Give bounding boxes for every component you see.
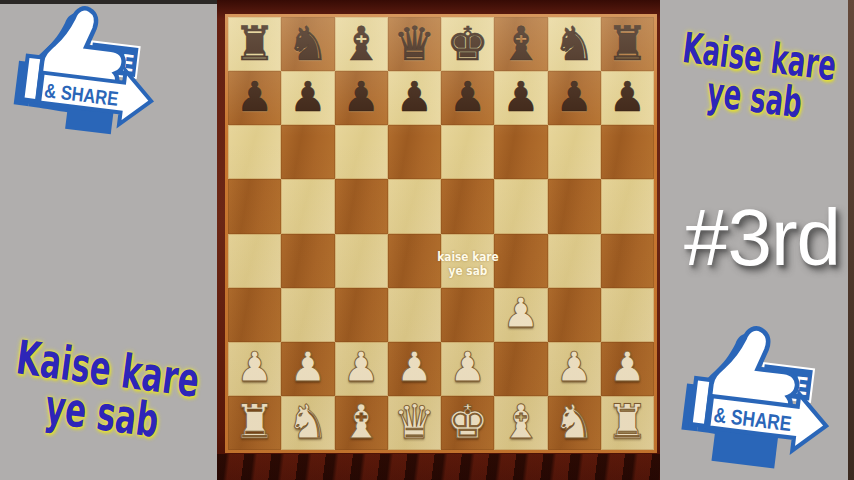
like-share-badge-top-left: LIKE & SHARE	[13, 0, 178, 149]
square-h6[interactable]	[601, 125, 654, 179]
white-pawn-c2[interactable]: ♟	[343, 347, 380, 388]
black-king-e8[interactable]: ♚	[447, 20, 489, 67]
episode-tag: #3rd	[676, 198, 848, 278]
square-c1[interactable]: ♝	[335, 396, 388, 450]
black-pawn-g7[interactable]: ♟	[556, 77, 593, 118]
square-a2[interactable]: ♟	[228, 342, 281, 396]
white-knight-g1[interactable]: ♞	[553, 398, 595, 445]
white-rook-a1[interactable]: ♜	[234, 398, 276, 445]
square-b5[interactable]	[281, 179, 334, 233]
square-d8[interactable]: ♛	[388, 17, 441, 71]
white-pawn-g2[interactable]: ♟	[556, 347, 593, 388]
white-pawn-f3[interactable]: ♟	[502, 293, 539, 334]
square-a7[interactable]: ♟	[228, 71, 281, 125]
white-pawn-b2[interactable]: ♟	[289, 347, 326, 388]
white-pawn-a2[interactable]: ♟	[236, 347, 273, 388]
square-f7[interactable]: ♟	[494, 71, 547, 125]
board-watermark-line1: kaise kare	[413, 250, 523, 264]
square-d5[interactable]	[388, 179, 441, 233]
square-b7[interactable]: ♟	[281, 71, 334, 125]
square-c8[interactable]: ♝	[335, 17, 388, 71]
square-c6[interactable]	[335, 125, 388, 179]
square-f2[interactable]	[494, 342, 547, 396]
black-pawn-c7[interactable]: ♟	[343, 77, 380, 118]
square-f5[interactable]	[494, 179, 547, 233]
square-f8[interactable]: ♝	[494, 17, 547, 71]
square-b1[interactable]: ♞	[281, 396, 334, 450]
square-e6[interactable]	[441, 125, 494, 179]
white-pawn-h2[interactable]: ♟	[609, 347, 646, 388]
square-d6[interactable]	[388, 125, 441, 179]
square-h8[interactable]: ♜	[601, 17, 654, 71]
black-bishop-f8[interactable]: ♝	[500, 20, 542, 67]
square-g7[interactable]: ♟	[548, 71, 601, 125]
video-frame: { "game": { "name": "chess", "orientatio…	[0, 0, 854, 480]
white-rook-h1[interactable]: ♜	[606, 398, 648, 445]
board-frame: ♜♞♝♛♚♝♞♜♟♟♟♟♟♟♟♟♟♟♟♟♟♟♟♟♜♞♝♛♚♝♞♜ kaise k…	[217, 0, 660, 480]
black-pawn-h7[interactable]: ♟	[609, 77, 646, 118]
white-pawn-e2[interactable]: ♟	[449, 347, 486, 388]
square-e2[interactable]: ♟	[441, 342, 494, 396]
board-watermark-line2: ye sab	[413, 264, 523, 278]
square-d7[interactable]: ♟	[388, 71, 441, 125]
black-rook-h8[interactable]: ♜	[606, 20, 648, 67]
square-f1[interactable]: ♝	[494, 396, 547, 450]
black-pawn-d7[interactable]: ♟	[396, 77, 433, 118]
like-share-badge-bottom-right: LIKE & SHARE	[680, 319, 854, 476]
square-h5[interactable]	[601, 179, 654, 233]
caption-bottom-left: Kaise kare ye sab	[1, 333, 209, 448]
chess-board[interactable]: ♜♞♝♛♚♝♞♜♟♟♟♟♟♟♟♟♟♟♟♟♟♟♟♟♜♞♝♛♚♝♞♜	[225, 14, 657, 453]
square-e5[interactable]	[441, 179, 494, 233]
black-bishop-c8[interactable]: ♝	[340, 20, 382, 67]
square-c2[interactable]: ♟	[335, 342, 388, 396]
black-pawn-a7[interactable]: ♟	[236, 77, 273, 118]
square-h7[interactable]: ♟	[601, 71, 654, 125]
square-c5[interactable]	[335, 179, 388, 233]
square-g3[interactable]	[548, 288, 601, 342]
square-e1[interactable]: ♚	[441, 396, 494, 450]
square-d3[interactable]	[388, 288, 441, 342]
white-king-e1[interactable]: ♚	[447, 398, 489, 445]
square-h4[interactable]	[601, 234, 654, 288]
white-pawn-d2[interactable]: ♟	[396, 347, 433, 388]
square-c7[interactable]: ♟	[335, 71, 388, 125]
square-g5[interactable]	[548, 179, 601, 233]
square-c4[interactable]	[335, 234, 388, 288]
board-watermark-caption: kaise kare ye sab	[413, 250, 523, 278]
square-g6[interactable]	[548, 125, 601, 179]
black-knight-b8[interactable]: ♞	[287, 20, 329, 67]
square-a4[interactable]	[228, 234, 281, 288]
square-h2[interactable]: ♟	[601, 342, 654, 396]
white-knight-b1[interactable]: ♞	[287, 398, 329, 445]
square-g1[interactable]: ♞	[548, 396, 601, 450]
black-knight-g8[interactable]: ♞	[553, 20, 595, 67]
square-a8[interactable]: ♜	[228, 17, 281, 71]
square-e8[interactable]: ♚	[441, 17, 494, 71]
square-h1[interactable]: ♜	[601, 396, 654, 450]
black-pawn-f7[interactable]: ♟	[502, 77, 539, 118]
square-a5[interactable]	[228, 179, 281, 233]
black-pawn-b7[interactable]: ♟	[289, 77, 326, 118]
square-a3[interactable]	[228, 288, 281, 342]
square-b2[interactable]: ♟	[281, 342, 334, 396]
square-g8[interactable]: ♞	[548, 17, 601, 71]
white-queen-d1[interactable]: ♛	[393, 398, 435, 445]
square-e7[interactable]: ♟	[441, 71, 494, 125]
square-a1[interactable]: ♜	[228, 396, 281, 450]
white-bishop-f1[interactable]: ♝	[500, 398, 542, 445]
square-d1[interactable]: ♛	[388, 396, 441, 450]
square-f6[interactable]	[494, 125, 547, 179]
square-b6[interactable]	[281, 125, 334, 179]
black-rook-a8[interactable]: ♜	[234, 20, 276, 67]
square-b8[interactable]: ♞	[281, 17, 334, 71]
square-b3[interactable]	[281, 288, 334, 342]
square-e3[interactable]	[441, 288, 494, 342]
square-g4[interactable]	[548, 234, 601, 288]
square-h3[interactable]	[601, 288, 654, 342]
black-queen-d8[interactable]: ♛	[393, 20, 435, 67]
square-d2[interactable]: ♟	[388, 342, 441, 396]
square-b4[interactable]	[281, 234, 334, 288]
black-pawn-e7[interactable]: ♟	[449, 77, 486, 118]
caption-top-right: Kaise kare ye sab	[660, 25, 854, 129]
square-g2[interactable]: ♟	[548, 342, 601, 396]
square-f3[interactable]: ♟	[494, 288, 547, 342]
square-a6[interactable]	[228, 125, 281, 179]
white-bishop-c1[interactable]: ♝	[340, 398, 382, 445]
square-c3[interactable]	[335, 288, 388, 342]
